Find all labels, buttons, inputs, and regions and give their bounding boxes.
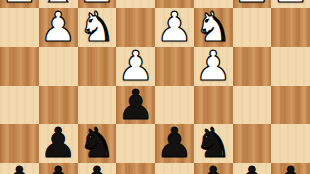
square-b5[interactable]: [233, 86, 272, 125]
white-pawn[interactable]: ♟: [194, 47, 233, 86]
square-c4[interactable]: ♟: [194, 47, 233, 86]
square-b3[interactable]: [233, 8, 272, 47]
square-f3[interactable]: ♞: [78, 8, 117, 47]
black-pawn[interactable]: ♟: [116, 86, 155, 125]
square-e2[interactable]: [116, 0, 155, 8]
white-pawn[interactable]: ♟: [233, 0, 272, 8]
square-a7[interactable]: ♟: [271, 163, 310, 174]
black-bishop[interactable]: ♝: [39, 163, 78, 174]
square-e6[interactable]: [116, 124, 155, 163]
square-h7[interactable]: ♟: [0, 163, 39, 174]
square-b4[interactable]: [233, 47, 272, 86]
square-g3[interactable]: ♟: [39, 8, 78, 47]
black-pawn[interactable]: ♟: [78, 163, 117, 174]
square-a4[interactable]: [271, 47, 310, 86]
square-e7[interactable]: [116, 163, 155, 174]
chess-board-viewport: ♜♚♛♝♜♟♝♟♟♟♟♞♟♞♟♟♟♟♞♟♞♟♝♟♟♟♟♜♚♛♝♜: [0, 0, 310, 174]
black-pawn[interactable]: ♟: [233, 163, 272, 174]
square-d4[interactable]: [155, 47, 194, 86]
white-pawn[interactable]: ♟: [0, 0, 39, 8]
square-d6[interactable]: ♟: [155, 124, 194, 163]
square-e4[interactable]: ♟: [116, 47, 155, 86]
white-pawn[interactable]: ♟: [155, 8, 194, 47]
chess-board[interactable]: ♜♚♛♝♜♟♝♟♟♟♟♞♟♞♟♟♟♟♞♟♞♟♝♟♟♟♟♜♚♛♝♜: [0, 0, 310, 174]
white-pawn[interactable]: ♟: [116, 47, 155, 86]
square-h4[interactable]: [0, 47, 39, 86]
square-b2[interactable]: ♟: [233, 0, 272, 8]
square-e3[interactable]: [116, 8, 155, 47]
square-g4[interactable]: [39, 47, 78, 86]
square-d7[interactable]: [155, 163, 194, 174]
white-knight[interactable]: ♞: [78, 8, 117, 47]
black-pawn[interactable]: ♟: [194, 163, 233, 174]
square-g7[interactable]: ♝: [39, 163, 78, 174]
black-pawn[interactable]: ♟: [155, 124, 194, 163]
square-a5[interactable]: [271, 86, 310, 125]
white-knight[interactable]: ♞: [194, 8, 233, 47]
square-d3[interactable]: ♟: [155, 8, 194, 47]
square-f4[interactable]: [78, 47, 117, 86]
black-pawn[interactable]: ♟: [271, 163, 310, 174]
square-c3[interactable]: ♞: [194, 8, 233, 47]
square-c7[interactable]: ♟: [194, 163, 233, 174]
square-f7[interactable]: ♟: [78, 163, 117, 174]
white-pawn[interactable]: ♟: [271, 0, 310, 8]
square-b7[interactable]: ♟: [233, 163, 272, 174]
square-a2[interactable]: ♟: [271, 0, 310, 8]
black-pawn[interactable]: ♟: [0, 163, 39, 174]
square-h3[interactable]: [0, 8, 39, 47]
square-a3[interactable]: [271, 8, 310, 47]
white-pawn[interactable]: ♟: [39, 8, 78, 47]
square-h5[interactable]: [0, 86, 39, 125]
square-e5[interactable]: ♟: [116, 86, 155, 125]
square-h2[interactable]: ♟: [0, 0, 39, 8]
